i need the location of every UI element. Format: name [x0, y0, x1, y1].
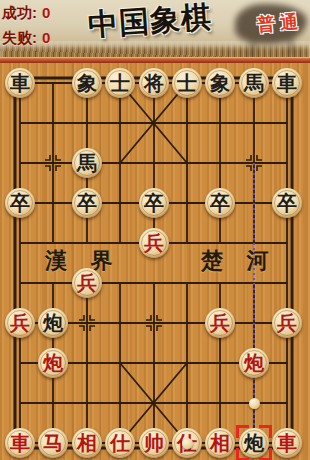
piece-red-general[interactable]: 帅	[139, 428, 169, 458]
success-value: 0	[42, 4, 50, 21]
piece-black-chariot[interactable]: 車	[272, 68, 302, 98]
piece-black-advisor[interactable]: 士	[172, 68, 202, 98]
piece-red-soldier[interactable]: 兵	[272, 308, 302, 338]
piece-black-soldier[interactable]: 卒	[5, 188, 35, 218]
fail-label: 失败:	[2, 29, 37, 46]
piece-black-advisor[interactable]: 士	[105, 68, 135, 98]
success-counter: 成功:0	[2, 0, 50, 25]
fail-counter: 失败:0	[2, 25, 50, 50]
piece-red-cannon[interactable]: 炮	[239, 348, 269, 378]
piece-red-soldier[interactable]: 兵	[5, 308, 35, 338]
piece-black-soldier[interactable]: 卒	[139, 188, 169, 218]
piece-red-soldier[interactable]: 兵	[139, 228, 169, 258]
app-title: 中国象棋	[87, 0, 214, 46]
piece-red-cannon[interactable]: 炮	[38, 348, 68, 378]
river-label-chu-he: 楚 河	[201, 246, 278, 276]
piece-black-soldier[interactable]: 卒	[272, 188, 302, 218]
piece-black-horse[interactable]: 馬	[72, 148, 102, 178]
piece-red-advisor[interactable]: 仕	[105, 428, 135, 458]
piece-red-horse[interactable]: 马	[38, 428, 68, 458]
move-target-dot[interactable]	[249, 398, 260, 409]
success-label: 成功:	[2, 4, 37, 21]
piece-black-cannon[interactable]: 炮	[239, 428, 269, 458]
piece-black-elephant[interactable]: 象	[72, 68, 102, 98]
xiangqi-app: 成功:0 失败:0 中国象棋 普通 漢 界 楚 河 車象士将士象馬車馬卒卒卒卒卒…	[0, 0, 310, 460]
piece-red-chariot[interactable]: 車	[272, 428, 302, 458]
piece-black-horse[interactable]: 馬	[239, 68, 269, 98]
score-panel: 成功:0 失败:0	[2, 0, 50, 50]
piece-red-soldier[interactable]: 兵	[205, 308, 235, 338]
piece-red-elephant[interactable]: 相	[72, 428, 102, 458]
piece-red-soldier[interactable]: 兵	[72, 268, 102, 298]
header: 成功:0 失败:0 中国象棋 普通	[0, 0, 310, 57]
piece-black-general[interactable]: 将	[139, 68, 169, 98]
piece-red-elephant[interactable]: 相	[205, 428, 235, 458]
piece-black-cannon[interactable]: 炮	[38, 308, 68, 338]
piece-black-soldier[interactable]: 卒	[72, 188, 102, 218]
piece-black-elephant[interactable]: 象	[205, 68, 235, 98]
difficulty-badge[interactable]: 普通	[256, 9, 304, 37]
move-target-dot[interactable]	[182, 438, 193, 449]
piece-black-soldier[interactable]: 卒	[205, 188, 235, 218]
fail-value: 0	[42, 29, 50, 46]
piece-black-chariot[interactable]: 車	[5, 68, 35, 98]
xiangqi-board[interactable]: 漢 界 楚 河 車象士将士象馬車馬卒卒卒卒卒兵兵兵炮兵兵炮炮車马相仕帅仕相炮車	[0, 63, 310, 460]
piece-red-chariot[interactable]: 車	[5, 428, 35, 458]
